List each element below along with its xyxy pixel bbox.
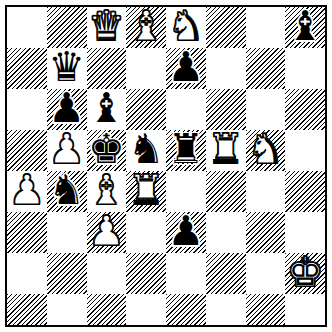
square-h2[interactable]: ♚ bbox=[285, 253, 325, 294]
square-d3[interactable] bbox=[126, 212, 166, 253]
square-a3[interactable] bbox=[7, 212, 47, 253]
chess-board: ♛♝♞♝♛♟♟♝♟♚♞♜♜♞♟♞♝♜♟♟♚ bbox=[7, 7, 325, 325]
white-pawn-piece: ♟ bbox=[88, 211, 125, 252]
square-g5[interactable]: ♞ bbox=[246, 130, 286, 171]
square-c5[interactable]: ♚ bbox=[87, 130, 127, 171]
black-rook-piece: ♜ bbox=[167, 129, 204, 170]
black-queen-piece: ♛ bbox=[48, 47, 85, 88]
square-g1[interactable] bbox=[246, 294, 286, 325]
square-h3[interactable] bbox=[285, 212, 325, 253]
square-a7[interactable] bbox=[7, 48, 47, 89]
white-pawn-piece: ♟ bbox=[8, 170, 45, 211]
square-d8[interactable]: ♝ bbox=[126, 7, 166, 48]
square-e3[interactable]: ♟ bbox=[166, 212, 206, 253]
square-g2[interactable] bbox=[246, 253, 286, 294]
square-b3[interactable] bbox=[47, 212, 87, 253]
square-a6[interactable] bbox=[7, 89, 47, 130]
white-queen-piece: ♛ bbox=[88, 6, 125, 47]
square-b6[interactable]: ♟ bbox=[47, 89, 87, 130]
square-d7[interactable] bbox=[126, 48, 166, 89]
square-b7[interactable]: ♛ bbox=[47, 48, 87, 89]
black-pawn-piece: ♟ bbox=[167, 211, 204, 252]
square-b5[interactable]: ♟ bbox=[47, 130, 87, 171]
square-c8[interactable]: ♛ bbox=[87, 7, 127, 48]
square-b1[interactable] bbox=[47, 294, 87, 325]
black-bishop-piece: ♝ bbox=[88, 88, 125, 129]
square-a1[interactable] bbox=[7, 294, 47, 325]
square-e7[interactable]: ♟ bbox=[166, 48, 206, 89]
square-d2[interactable] bbox=[126, 253, 166, 294]
black-knight-piece: ♞ bbox=[128, 129, 165, 170]
square-h4[interactable] bbox=[285, 171, 325, 212]
square-g4[interactable] bbox=[246, 171, 286, 212]
white-bishop-piece: ♝ bbox=[128, 6, 165, 47]
square-a5[interactable] bbox=[7, 130, 47, 171]
white-pawn-piece: ♟ bbox=[48, 129, 85, 170]
square-b4[interactable]: ♞ bbox=[47, 171, 87, 212]
square-f3[interactable] bbox=[206, 212, 246, 253]
square-c4[interactable]: ♝ bbox=[87, 171, 127, 212]
white-knight-piece: ♞ bbox=[247, 129, 284, 170]
square-f1[interactable] bbox=[206, 294, 246, 325]
square-g7[interactable] bbox=[246, 48, 286, 89]
square-b2[interactable] bbox=[47, 253, 87, 294]
square-h7[interactable] bbox=[285, 48, 325, 89]
square-h8[interactable]: ♝ bbox=[285, 7, 325, 48]
square-f8[interactable] bbox=[206, 7, 246, 48]
white-knight-piece: ♞ bbox=[167, 6, 204, 47]
square-g3[interactable] bbox=[246, 212, 286, 253]
square-h1[interactable] bbox=[285, 294, 325, 325]
square-f4[interactable] bbox=[206, 171, 246, 212]
square-d1[interactable] bbox=[126, 294, 166, 325]
square-e5[interactable]: ♜ bbox=[166, 130, 206, 171]
square-a2[interactable] bbox=[7, 253, 47, 294]
square-d4[interactable]: ♜ bbox=[126, 171, 166, 212]
square-d6[interactable] bbox=[126, 89, 166, 130]
square-e2[interactable] bbox=[166, 253, 206, 294]
square-c2[interactable] bbox=[87, 253, 127, 294]
square-f2[interactable] bbox=[206, 253, 246, 294]
square-e6[interactable] bbox=[166, 89, 206, 130]
white-king-piece: ♚ bbox=[287, 252, 324, 293]
square-g8[interactable] bbox=[246, 7, 286, 48]
square-g6[interactable] bbox=[246, 89, 286, 130]
square-h6[interactable] bbox=[285, 89, 325, 130]
white-bishop-piece: ♝ bbox=[88, 170, 125, 211]
square-c1[interactable] bbox=[87, 294, 127, 325]
square-f6[interactable] bbox=[206, 89, 246, 130]
square-c3[interactable]: ♟ bbox=[87, 212, 127, 253]
white-rook-piece: ♜ bbox=[128, 170, 165, 211]
square-e1[interactable] bbox=[166, 294, 206, 325]
square-c6[interactable]: ♝ bbox=[87, 89, 127, 130]
square-e4[interactable] bbox=[166, 171, 206, 212]
black-king-piece: ♚ bbox=[88, 129, 125, 170]
black-pawn-piece: ♟ bbox=[167, 47, 204, 88]
square-a8[interactable] bbox=[7, 7, 47, 48]
board-frame: ♛♝♞♝♛♟♟♝♟♚♞♜♜♞♟♞♝♜♟♟♚ bbox=[5, 5, 327, 327]
square-f5[interactable]: ♜ bbox=[206, 130, 246, 171]
black-knight-piece: ♞ bbox=[48, 170, 85, 211]
black-bishop-piece: ♝ bbox=[287, 6, 324, 47]
black-pawn-piece: ♟ bbox=[48, 88, 85, 129]
square-h5[interactable] bbox=[285, 130, 325, 171]
square-e8[interactable]: ♞ bbox=[166, 7, 206, 48]
square-f7[interactable] bbox=[206, 48, 246, 89]
square-b8[interactable] bbox=[47, 7, 87, 48]
white-rook-piece: ♜ bbox=[207, 129, 244, 170]
square-d5[interactable]: ♞ bbox=[126, 130, 166, 171]
square-c7[interactable] bbox=[87, 48, 127, 89]
square-a4[interactable]: ♟ bbox=[7, 171, 47, 212]
